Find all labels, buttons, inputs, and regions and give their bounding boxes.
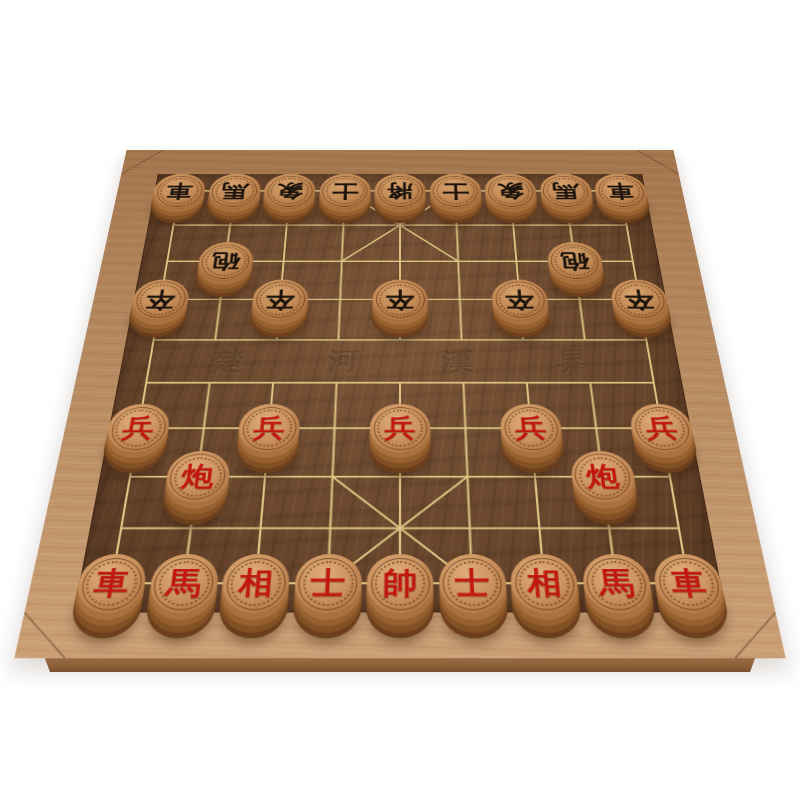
piece-character: 卒 [623,289,655,310]
frame-miter-joint [14,612,73,658]
frame-miter-joint [726,612,785,658]
piece-red-chariot[interactable]: 車 [72,554,149,613]
piece-black-advisor[interactable]: 士 [429,174,482,209]
piece-red-advisor[interactable]: 士 [293,554,362,613]
piece-red-chariot[interactable]: 車 [650,554,727,613]
piece-character: 兵 [644,416,680,441]
piece-black-elephant[interactable]: 象 [262,174,316,209]
piece-character: 車 [164,182,194,200]
piece-black-chariot[interactable]: 車 [150,174,207,209]
piece-character: 卒 [386,289,415,310]
piece-red-soldier[interactable]: 兵 [369,404,431,453]
piece-black-chariot[interactable]: 車 [592,174,649,209]
piece-black-soldier[interactable]: 卒 [129,279,192,320]
piece-character: 士 [454,568,490,599]
piece-character: 士 [310,568,346,599]
piece-character: 炮 [585,463,621,490]
piece-black-soldier[interactable]: 卒 [250,279,309,320]
piece-black-cannon[interactable]: 砲 [546,242,605,281]
piece-character: 卒 [144,289,176,310]
piece-red-soldier[interactable]: 兵 [499,404,564,453]
piece-character: 炮 [179,463,215,490]
piece-red-horse[interactable]: 馬 [580,554,655,613]
piece-red-soldier[interactable]: 兵 [236,404,301,453]
board-playing-field[interactable]: 楚河漢界 車馬象士將士象馬車砲砲卒卒卒卒卒兵兵兵兵兵炮炮車馬相士帥士相馬車 [74,174,726,612]
piece-red-elephant[interactable]: 相 [509,554,581,613]
frame-miter-joint [638,150,679,174]
piece-character: 相 [237,568,274,599]
piece-red-elephant[interactable]: 相 [219,554,291,613]
piece-character: 士 [442,182,469,200]
piece-black-general[interactable]: 將 [374,174,426,209]
piece-character: 將 [387,182,414,200]
piece-red-soldier[interactable]: 兵 [628,404,697,453]
piece-black-soldier[interactable]: 卒 [372,279,428,320]
piece-character: 車 [92,568,132,599]
piece-red-cannon[interactable]: 炮 [568,451,637,503]
piece-character: 馬 [164,568,203,599]
piece-black-soldier[interactable]: 卒 [491,279,550,320]
piece-character: 卒 [505,289,536,310]
piece-character: 象 [496,182,524,200]
photo-canvas: 楚河漢界 車馬象士將士象馬車砲砲卒卒卒卒卒兵兵兵兵兵炮炮車馬相士帥士相馬車 [0,0,800,800]
piece-character: 馬 [220,182,249,200]
piece-character: 相 [526,568,563,599]
piece-character: 砲 [210,251,241,271]
piece-character: 車 [606,182,636,200]
piece-character: 象 [276,182,304,200]
piece-character: 車 [669,568,709,599]
piece-character: 兵 [120,416,156,441]
piece-red-advisor[interactable]: 士 [438,554,507,613]
frame-miter-joint [121,150,162,174]
piece-character: 兵 [384,416,416,441]
piece-character: 馬 [551,182,580,200]
piece-red-soldier[interactable]: 兵 [103,404,172,453]
piece-character: 士 [331,182,358,200]
piece-black-elephant[interactable]: 象 [484,174,538,209]
pieces-layer: 車馬象士將士象馬車砲砲卒卒卒卒卒兵兵兵兵兵炮炮車馬相士帥士相馬車 [74,174,726,612]
piece-character: 馬 [597,568,636,599]
piece-red-general[interactable]: 帥 [366,554,434,613]
xiangqi-board: 楚河漢界 車馬象士將士象馬車砲砲卒卒卒卒卒兵兵兵兵兵炮炮車馬相士帥士相馬車 [14,150,785,658]
piece-character: 砲 [559,251,590,271]
piece-red-cannon[interactable]: 炮 [162,451,231,503]
piece-character: 帥 [383,568,418,599]
piece-black-horse[interactable]: 馬 [538,174,594,209]
piece-character: 兵 [514,416,548,441]
piece-character: 兵 [252,416,286,441]
piece-red-horse[interactable]: 馬 [146,554,221,613]
piece-black-advisor[interactable]: 士 [318,174,371,209]
piece-black-soldier[interactable]: 卒 [609,279,672,320]
piece-black-cannon[interactable]: 砲 [195,242,254,281]
piece-black-horse[interactable]: 馬 [206,174,262,209]
piece-character: 卒 [265,289,296,310]
